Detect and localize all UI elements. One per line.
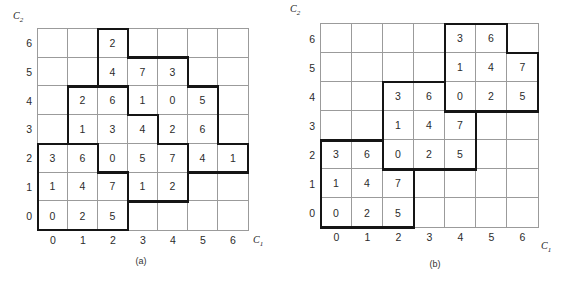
bold-segment-h-a-y6-x3-5 [127,56,190,59]
cell-a-x5-y5 [188,58,218,87]
cell-a-x5-y6 [188,29,218,58]
cell-b-x2-y4: 3 [383,82,414,111]
cell-a-x4-y5: 3 [158,58,188,87]
bold-segment-h-b-y5-x2-4 [382,81,447,84]
cell-b-x1-y4 [352,82,383,111]
axis-subscript: 2 [20,16,24,24]
cell-b-x0-y2: 3 [321,140,352,169]
row-label-b-2: 2 [297,149,315,161]
cell-b-x6-y5: 7 [507,53,538,82]
cell-a-x4-y6 [158,29,188,58]
bold-segment-v-a-x1-y3-5 [67,85,70,145]
cell-a-x1-y0: 2 [68,201,98,230]
bold-segment-h-a-y2-x2-3 [97,171,130,174]
cell-b-x3-y1 [414,169,445,198]
cell-a-x6-y1 [218,173,248,202]
bold-segment-h-a-y3-x6-7 [217,143,250,146]
cell-b-x0-y6 [321,24,352,53]
cell-b-x3-y0 [414,198,445,227]
cell-a-x0-y5 [38,58,68,87]
cell-a-x5-y1 [188,173,218,202]
bold-segment-h-b-y2-x2-5 [382,168,478,171]
cell-a-x6-y6 [218,29,248,58]
cell-b-x2-y3: 1 [383,111,414,140]
axis-letter: C [253,234,260,245]
bold-segment-v-a-x5-y5-6 [187,56,190,87]
cell-b-x3-y6 [414,24,445,53]
cell-b-x5-y1 [476,169,507,198]
bold-segment-h-a-y2-x5-7 [187,171,250,174]
cell-b-x5-y3 [476,111,507,140]
cell-b-x4-y2: 5 [445,140,476,169]
cell-a-x1-y6 [68,29,98,58]
cell-b-x0-y5 [321,53,352,82]
row-label-b-5: 5 [297,62,315,74]
bold-segment-h-b-y6-x6-7 [506,52,540,55]
caption-a: (a) [121,256,161,266]
cell-b-x0-y0: 0 [321,198,352,227]
cell-b-x4-y6: 3 [445,24,476,53]
axis-letter: C [541,240,548,251]
cell-b-x4-y1 [445,169,476,198]
cell-b-x3-y5 [414,53,445,82]
cell-b-x1-y6 [352,24,383,53]
cell-b-x1-y5 [352,53,383,82]
cell-a-x6-y5 [218,58,248,87]
cell-a-x2-y3: 3 [98,115,128,144]
col-label-a-4: 4 [165,234,181,246]
col-label-b-0: 0 [329,231,345,243]
cell-b-x3-y3: 4 [414,111,445,140]
cell-b-x6-y6 [507,24,538,53]
cell-b-x5-y2 [476,140,507,169]
cell-b-x0-y3 [321,111,352,140]
cell-a-x6-y0 [218,201,248,230]
row-label-b-1: 1 [297,178,315,190]
bold-segment-v-a-x3-y0-2 [127,171,130,231]
row-label-a-5: 5 [14,66,32,78]
col-label-b-5: 5 [484,231,500,243]
grid-a: 24732610513426360574114712025 [37,28,249,231]
cell-b-x1-y0: 2 [352,198,383,227]
bold-segment-v-a-x5-y1-3 [187,143,190,203]
cell-a-x3-y1: 1 [128,173,158,202]
figure-staircase-diagrams: C2 C1 C2 C1 2473261051342636057411471202… [0,0,574,287]
cell-a-x4-y2: 7 [158,144,188,173]
row-label-a-3: 3 [14,123,32,135]
col-label-b-2: 2 [391,231,407,243]
cell-b-x1-y2: 6 [352,140,383,169]
col-label-b-1: 1 [360,231,376,243]
bold-segment-h-a-y4-x3-4 [127,114,160,117]
bold-segment-h-b-y4-x4-7 [444,110,540,113]
cell-a-x0-y2: 3 [38,144,68,173]
bold-segment-v-b-x0-y0-3 [320,139,323,229]
bold-segment-h-b-y3-x0-2 [320,139,385,142]
cell-a-x6-y4 [218,86,248,115]
row-label-a-1: 1 [14,181,32,193]
cell-a-x0-y6 [38,29,68,58]
cell-a-x1-y1: 4 [68,173,98,202]
cell-a-x1-y4: 2 [68,86,98,115]
cell-b-x1-y1: 4 [352,169,383,198]
cell-a-x2-y2: 0 [98,144,128,173]
cell-a-x3-y2: 5 [128,144,158,173]
cell-b-x4-y4: 0 [445,82,476,111]
axis-subscript: 2 [297,9,301,17]
cell-b-x6-y0 [507,198,538,227]
bold-segment-v-b-x4-y4-7 [444,23,447,113]
cell-b-x4-y0 [445,198,476,227]
col-label-b-6: 6 [515,231,531,243]
col-label-b-3: 3 [422,231,438,243]
row-label-a-0: 0 [14,210,32,222]
cell-a-x1-y5 [68,58,98,87]
col-label-a-1: 1 [75,234,91,246]
bold-segment-v-a-x0-y0-3 [37,143,40,232]
bold-segment-v-b-x5-y2-4 [475,110,478,171]
col-label-a-3: 3 [135,234,151,246]
bold-segment-v-a-x2-y2-3 [97,143,100,174]
cell-b-x6-y4: 5 [507,82,538,111]
cell-b-x1-y3 [352,111,383,140]
bold-segment-h-a-y0-x0-3 [37,229,130,232]
cell-a-x5-y4: 5 [188,86,218,115]
cell-a-x0-y0: 0 [38,201,68,230]
cell-a-x3-y5: 7 [128,58,158,87]
bold-segment-v-b-x3-y0-2 [413,168,416,229]
cell-a-x6-y2: 1 [218,144,248,173]
cell-b-x6-y1 [507,169,538,198]
cell-b-x4-y5: 1 [445,53,476,82]
cell-a-x4-y1: 2 [158,173,188,202]
cell-a-x0-y4 [38,86,68,115]
bold-segment-v-a-x3-y6-7 [127,28,130,59]
axis-subscript: 1 [548,246,552,254]
bold-segment-v-b-x7-y4-6 [537,52,540,113]
col-label-b-4: 4 [453,231,469,243]
cell-b-x5-y4: 2 [476,82,507,111]
cell-a-x3-y6 [128,29,158,58]
bold-segment-h-b-y0-x0-3 [320,226,416,229]
cell-a-x1-y3: 1 [68,115,98,144]
cell-b-x3-y4: 6 [414,82,445,111]
cell-b-x4-y3: 7 [445,111,476,140]
cell-a-x5-y3: 6 [188,115,218,144]
bold-segment-v-a-x4-y3-4 [157,114,160,145]
cell-b-x2-y2: 0 [383,140,414,169]
col-label-a-6: 6 [225,234,241,246]
col-label-a-5: 5 [195,234,211,246]
bold-segment-v-a-x7-y2-3 [247,143,250,174]
col-label-a-2: 2 [105,234,121,246]
axis-label-c2-panel-b: C2 [290,3,300,19]
bold-segment-v-a-x2-y5-7 [97,28,100,88]
cell-b-x5-y0 [476,198,507,227]
cell-a-x0-y1: 1 [38,173,68,202]
cell-a-x2-y1: 7 [98,173,128,202]
bold-segment-v-a-x3-y4-5 [127,85,130,116]
cell-a-x6-y3 [218,115,248,144]
cell-a-x2-y6: 2 [98,29,128,58]
axis-letter: C [290,3,297,14]
cell-a-x2-y4: 6 [98,86,128,115]
row-label-a-4: 4 [14,95,32,107]
cell-a-x4-y3: 2 [158,115,188,144]
cell-a-x4-y0 [158,201,188,230]
row-label-b-6: 6 [297,33,315,45]
grid-b: 361473602514736025147025 [320,23,539,228]
bold-segment-v-a-x6-y3-5 [217,85,220,145]
cell-a-x2-y5: 4 [98,58,128,87]
cell-b-x2-y1: 7 [383,169,414,198]
row-label-b-3: 3 [297,120,315,132]
axis-label-c1-panel-b: C1 [541,240,551,256]
cell-b-x2-y6 [383,24,414,53]
cell-a-x3-y3: 4 [128,115,158,144]
cell-b-x2-y5 [383,53,414,82]
row-label-b-0: 0 [297,207,315,219]
row-label-b-4: 4 [297,91,315,103]
axis-label-c1-panel-a: C1 [253,234,263,250]
axis-subscript: 1 [260,240,264,248]
bold-segment-v-b-x6-y6-7 [506,23,509,55]
cell-b-x0-y1: 1 [321,169,352,198]
row-label-a-2: 2 [14,152,32,164]
cell-a-x1-y2: 6 [68,144,98,173]
bold-segment-h-b-y7-x4-6 [444,23,509,26]
cell-b-x0-y4 [321,82,352,111]
col-label-a-0: 0 [45,234,61,246]
cell-b-x6-y3 [507,111,538,140]
bold-segment-v-b-x2-y2-5 [382,81,385,171]
cell-b-x2-y0: 5 [383,198,414,227]
axis-label-c2-panel-a: C2 [13,10,23,26]
cell-a-x5-y2: 4 [188,144,218,173]
row-label-a-6: 6 [14,37,32,49]
cell-b-x5-y6: 6 [476,24,507,53]
cell-a-x5-y0 [188,201,218,230]
cell-b-x3-y2: 2 [414,140,445,169]
axis-letter: C [13,10,20,21]
cell-a-x2-y0: 5 [98,201,128,230]
bold-segment-h-a-y5-x5-6 [187,85,220,88]
bold-segment-h-a-y7-x2-3 [97,28,130,31]
cell-b-x6-y2 [507,140,538,169]
cell-a-x0-y3 [38,115,68,144]
cell-a-x3-y4: 1 [128,86,158,115]
bold-segment-h-a-y1-x3-5 [127,200,190,203]
cell-a-x4-y4: 0 [158,86,188,115]
cell-a-x3-y0 [128,201,158,230]
bold-segment-h-a-y3-x4-5 [157,143,190,146]
cell-b-x5-y5: 4 [476,53,507,82]
caption-b: (b) [415,259,455,269]
